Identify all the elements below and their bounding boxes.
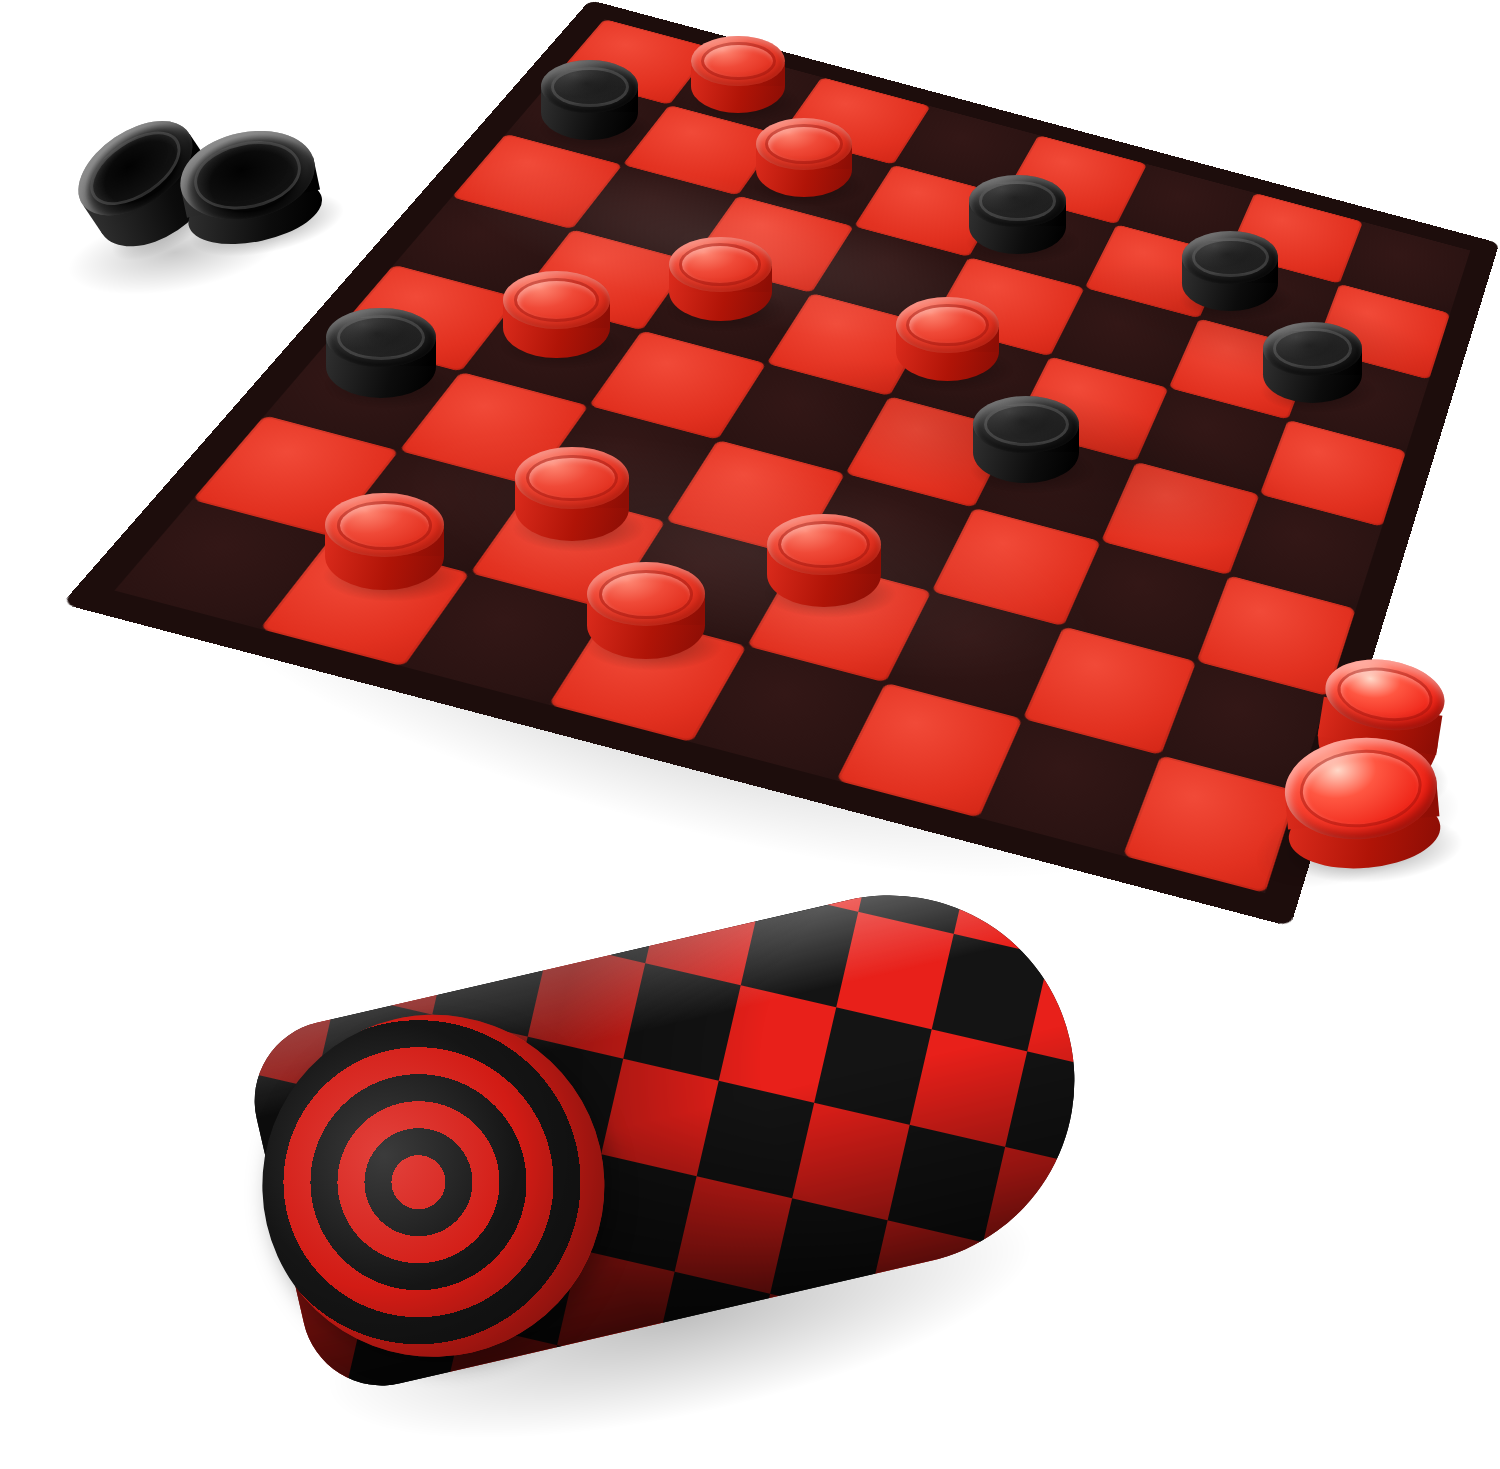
loose-black-checker-2 [172, 119, 328, 255]
checker-ring [1333, 661, 1436, 728]
product-photo-canvas: ⛂⛀⛂⛀⛀⛀⛂⛂⛂⛀⛀⛂⛂⛂⛂ [0, 0, 1500, 1469]
checker-ring [1297, 745, 1425, 832]
loose-red-checker-2 [1281, 732, 1444, 875]
